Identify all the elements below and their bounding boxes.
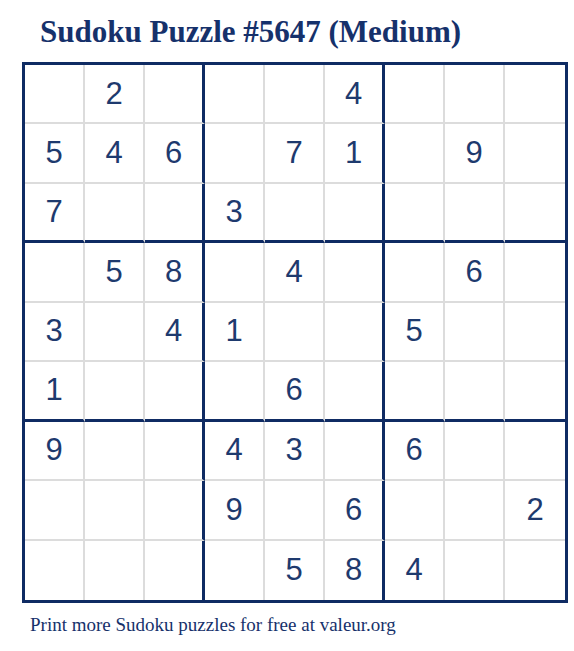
cell-r6c2[interactable] xyxy=(85,362,145,421)
sudoku-page: Sudoku Puzzle #5647 (Medium) 24546719735… xyxy=(0,0,574,651)
cell-r5c9[interactable] xyxy=(505,303,565,362)
cell-r2c3[interactable]: 6 xyxy=(145,124,205,183)
cell-r2c9[interactable] xyxy=(505,124,565,183)
cell-r1c5[interactable] xyxy=(265,65,325,124)
cell-r7c4[interactable]: 4 xyxy=(205,422,265,481)
cell-r7c9[interactable] xyxy=(505,422,565,481)
cell-r2c7[interactable] xyxy=(385,124,445,183)
cell-r4c6[interactable] xyxy=(325,243,385,302)
cell-r3c6[interactable] xyxy=(325,184,385,243)
cell-r3c9[interactable] xyxy=(505,184,565,243)
cell-r4c5[interactable]: 4 xyxy=(265,243,325,302)
cell-r9c3[interactable] xyxy=(145,541,205,600)
cell-r1c4[interactable] xyxy=(205,65,265,124)
cell-r3c4[interactable]: 3 xyxy=(205,184,265,243)
cell-r1c3[interactable] xyxy=(145,65,205,124)
cell-r6c4[interactable] xyxy=(205,362,265,421)
cell-r3c7[interactable] xyxy=(385,184,445,243)
cell-r6c3[interactable] xyxy=(145,362,205,421)
cell-r7c2[interactable] xyxy=(85,422,145,481)
cell-r3c3[interactable] xyxy=(145,184,205,243)
cell-r2c2[interactable]: 4 xyxy=(85,124,145,183)
cell-r3c2[interactable] xyxy=(85,184,145,243)
cell-r8c9[interactable]: 2 xyxy=(505,481,565,540)
cell-r1c6[interactable]: 4 xyxy=(325,65,385,124)
cell-r3c5[interactable] xyxy=(265,184,325,243)
footer-text: Print more Sudoku puzzles for free at va… xyxy=(30,614,396,637)
cell-r5c6[interactable] xyxy=(325,303,385,362)
cell-r2c8[interactable]: 9 xyxy=(445,124,505,183)
cell-r8c5[interactable] xyxy=(265,481,325,540)
cell-r8c3[interactable] xyxy=(145,481,205,540)
cell-r8c1[interactable] xyxy=(25,481,85,540)
cell-r9c8[interactable] xyxy=(445,541,505,600)
cell-r6c9[interactable] xyxy=(505,362,565,421)
cell-r8c4[interactable]: 9 xyxy=(205,481,265,540)
cell-r2c4[interactable] xyxy=(205,124,265,183)
cell-r1c7[interactable] xyxy=(385,65,445,124)
cell-r4c3[interactable]: 8 xyxy=(145,243,205,302)
cell-r7c7[interactable]: 6 xyxy=(385,422,445,481)
cell-r1c8[interactable] xyxy=(445,65,505,124)
cell-r5c2[interactable] xyxy=(85,303,145,362)
sudoku-grid: 245467197358463415169436962584 xyxy=(22,62,568,603)
cell-r4c1[interactable] xyxy=(25,243,85,302)
cell-r9c9[interactable] xyxy=(505,541,565,600)
cell-r4c7[interactable] xyxy=(385,243,445,302)
cell-r4c8[interactable]: 6 xyxy=(445,243,505,302)
cell-r5c1[interactable]: 3 xyxy=(25,303,85,362)
cell-r6c6[interactable] xyxy=(325,362,385,421)
cell-r8c6[interactable]: 6 xyxy=(325,481,385,540)
cell-r3c1[interactable]: 7 xyxy=(25,184,85,243)
cell-r5c7[interactable]: 5 xyxy=(385,303,445,362)
cell-r9c7[interactable]: 4 xyxy=(385,541,445,600)
cell-r8c7[interactable] xyxy=(385,481,445,540)
cell-r7c3[interactable] xyxy=(145,422,205,481)
cell-r5c5[interactable] xyxy=(265,303,325,362)
cell-r6c7[interactable] xyxy=(385,362,445,421)
cell-r5c8[interactable] xyxy=(445,303,505,362)
cell-r9c1[interactable] xyxy=(25,541,85,600)
cell-r9c4[interactable] xyxy=(205,541,265,600)
cell-r4c9[interactable] xyxy=(505,243,565,302)
cell-r4c2[interactable]: 5 xyxy=(85,243,145,302)
cell-r2c6[interactable]: 1 xyxy=(325,124,385,183)
cell-r7c1[interactable]: 9 xyxy=(25,422,85,481)
cell-r2c5[interactable]: 7 xyxy=(265,124,325,183)
cell-r1c2[interactable]: 2 xyxy=(85,65,145,124)
cell-r8c8[interactable] xyxy=(445,481,505,540)
cell-r6c8[interactable] xyxy=(445,362,505,421)
cell-r7c5[interactable]: 3 xyxy=(265,422,325,481)
cell-r4c4[interactable] xyxy=(205,243,265,302)
cell-r3c8[interactable] xyxy=(445,184,505,243)
cell-r1c9[interactable] xyxy=(505,65,565,124)
cell-r6c5[interactable]: 6 xyxy=(265,362,325,421)
cell-r2c1[interactable]: 5 xyxy=(25,124,85,183)
cell-r6c1[interactable]: 1 xyxy=(25,362,85,421)
cell-r7c6[interactable] xyxy=(325,422,385,481)
cell-r5c4[interactable]: 1 xyxy=(205,303,265,362)
cell-r5c3[interactable]: 4 xyxy=(145,303,205,362)
cell-r8c2[interactable] xyxy=(85,481,145,540)
cell-r9c2[interactable] xyxy=(85,541,145,600)
cell-r9c6[interactable]: 8 xyxy=(325,541,385,600)
cell-r1c1[interactable] xyxy=(25,65,85,124)
cell-r9c5[interactable]: 5 xyxy=(265,541,325,600)
page-title: Sudoku Puzzle #5647 (Medium) xyxy=(40,16,461,47)
cell-r7c8[interactable] xyxy=(445,422,505,481)
